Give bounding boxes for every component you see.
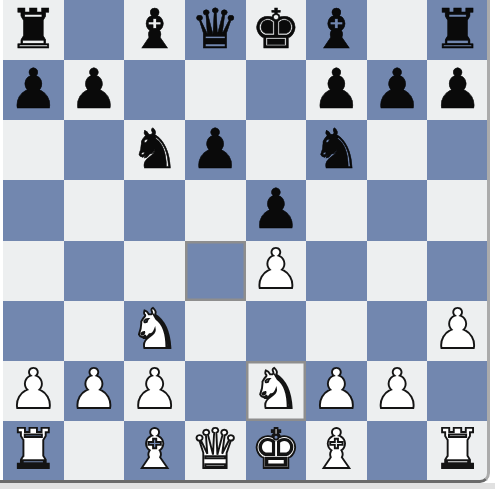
square-a7[interactable]: ♟ xyxy=(3,60,64,120)
square-c4[interactable] xyxy=(124,241,185,301)
white-pawn[interactable]: ♟ xyxy=(312,362,361,417)
square-b3[interactable] xyxy=(64,301,125,361)
square-c6[interactable]: ♞ xyxy=(124,120,185,180)
square-g5[interactable] xyxy=(367,180,428,240)
white-pawn[interactable]: ♟ xyxy=(69,362,118,417)
white-pawn[interactable]: ♟ xyxy=(251,242,300,297)
square-f6[interactable]: ♞ xyxy=(306,120,367,180)
white-king[interactable]: ♚ xyxy=(251,422,300,477)
square-d7[interactable] xyxy=(185,60,246,120)
square-f3[interactable] xyxy=(306,301,367,361)
square-f4[interactable] xyxy=(306,241,367,301)
square-c8[interactable]: ♝ xyxy=(124,0,185,60)
black-pawn[interactable]: ♟ xyxy=(69,62,118,117)
square-g2[interactable]: ♟ xyxy=(367,361,428,421)
square-e7[interactable] xyxy=(246,60,307,120)
square-b4[interactable] xyxy=(64,241,125,301)
square-c1[interactable]: ♝ xyxy=(124,421,185,481)
square-e3[interactable] xyxy=(246,301,307,361)
square-h7[interactable]: ♟ xyxy=(427,60,488,120)
square-a3[interactable] xyxy=(3,301,64,361)
square-f7[interactable]: ♟ xyxy=(306,60,367,120)
square-d3[interactable] xyxy=(185,301,246,361)
black-pawn[interactable]: ♟ xyxy=(433,62,482,117)
black-pawn[interactable]: ♟ xyxy=(312,62,361,117)
square-h8[interactable]: ♜ xyxy=(427,0,488,60)
window-bottom-background xyxy=(0,483,495,489)
square-h6[interactable] xyxy=(427,120,488,180)
square-d6[interactable]: ♟ xyxy=(185,120,246,180)
square-g8[interactable] xyxy=(367,0,428,60)
square-f1[interactable]: ♝ xyxy=(306,421,367,481)
white-pawn[interactable]: ♟ xyxy=(130,362,179,417)
black-pawn[interactable]: ♟ xyxy=(251,182,300,237)
square-e6[interactable] xyxy=(246,120,307,180)
white-bishop[interactable]: ♝ xyxy=(130,422,179,477)
white-queen[interactable]: ♛ xyxy=(191,422,240,477)
chess-board: ♜♝♛♚♝♜♟♟♟♟♟♞♟♞♟♟♞♟♟♟♟♞♟♟♜♝♛♚♝♜ xyxy=(3,0,488,481)
square-c5[interactable] xyxy=(124,180,185,240)
square-d2[interactable] xyxy=(185,361,246,421)
square-g4[interactable] xyxy=(367,241,428,301)
square-h5[interactable] xyxy=(427,180,488,240)
square-e5[interactable]: ♟ xyxy=(246,180,307,240)
black-knight[interactable]: ♞ xyxy=(312,122,361,177)
square-h1[interactable]: ♜ xyxy=(427,421,488,481)
square-b6[interactable] xyxy=(64,120,125,180)
white-pawn[interactable]: ♟ xyxy=(433,302,482,357)
square-f2[interactable]: ♟ xyxy=(306,361,367,421)
square-d1[interactable]: ♛ xyxy=(185,421,246,481)
white-pawn[interactable]: ♟ xyxy=(372,362,421,417)
white-bishop[interactable]: ♝ xyxy=(312,422,361,477)
white-rook[interactable]: ♜ xyxy=(9,422,58,477)
square-a1[interactable]: ♜ xyxy=(3,421,64,481)
square-a4[interactable] xyxy=(3,241,64,301)
square-g6[interactable] xyxy=(367,120,428,180)
square-b7[interactable]: ♟ xyxy=(64,60,125,120)
square-b1[interactable] xyxy=(64,421,125,481)
white-pawn[interactable]: ♟ xyxy=(9,362,58,417)
black-pawn[interactable]: ♟ xyxy=(372,62,421,117)
square-h2[interactable] xyxy=(427,361,488,421)
square-g7[interactable]: ♟ xyxy=(367,60,428,120)
square-h3[interactable]: ♟ xyxy=(427,301,488,361)
black-rook[interactable]: ♜ xyxy=(9,2,58,57)
square-d8[interactable]: ♛ xyxy=(185,0,246,60)
square-d5[interactable] xyxy=(185,180,246,240)
square-a5[interactable] xyxy=(3,180,64,240)
white-knight[interactable]: ♞ xyxy=(130,302,179,357)
square-f5[interactable] xyxy=(306,180,367,240)
square-d4[interactable] xyxy=(185,241,246,301)
white-knight[interactable]: ♞ xyxy=(251,362,300,417)
black-pawn[interactable]: ♟ xyxy=(9,62,58,117)
black-pawn[interactable]: ♟ xyxy=(191,122,240,177)
square-c7[interactable] xyxy=(124,60,185,120)
square-e1[interactable]: ♚ xyxy=(246,421,307,481)
black-bishop[interactable]: ♝ xyxy=(312,2,361,57)
black-queen[interactable]: ♛ xyxy=(191,2,240,57)
square-g3[interactable] xyxy=(367,301,428,361)
square-b2[interactable]: ♟ xyxy=(64,361,125,421)
square-b8[interactable] xyxy=(64,0,125,60)
square-a6[interactable] xyxy=(3,120,64,180)
black-knight[interactable]: ♞ xyxy=(130,122,179,177)
square-c2[interactable]: ♟ xyxy=(124,361,185,421)
black-bishop[interactable]: ♝ xyxy=(130,2,179,57)
square-g1[interactable] xyxy=(367,421,428,481)
square-a2[interactable]: ♟ xyxy=(3,361,64,421)
chess-app-window: ♜♝♛♚♝♜♟♟♟♟♟♞♟♞♟♟♞♟♟♟♟♞♟♟♜♝♛♚♝♜ xyxy=(0,0,495,489)
square-e2[interactable]: ♞ xyxy=(246,361,307,421)
square-e4[interactable]: ♟ xyxy=(246,241,307,301)
black-rook[interactable]: ♜ xyxy=(433,2,482,57)
white-rook[interactable]: ♜ xyxy=(433,422,482,477)
black-king[interactable]: ♚ xyxy=(251,2,300,57)
square-h4[interactable] xyxy=(427,241,488,301)
square-a8[interactable]: ♜ xyxy=(3,0,64,60)
square-c3[interactable]: ♞ xyxy=(124,301,185,361)
square-f8[interactable]: ♝ xyxy=(306,0,367,60)
square-e8[interactable]: ♚ xyxy=(246,0,307,60)
square-b5[interactable] xyxy=(64,180,125,240)
